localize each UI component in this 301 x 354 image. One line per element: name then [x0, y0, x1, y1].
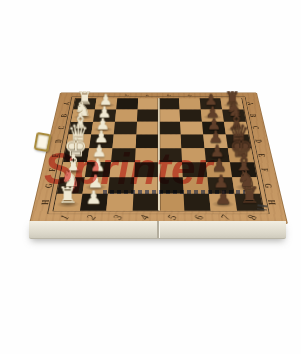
black-pawn: ♟	[211, 190, 237, 207]
square-f6	[182, 162, 207, 177]
white-pawn: ♟	[80, 190, 106, 207]
square-h1: ♜	[54, 194, 83, 211]
square-c6	[180, 122, 203, 135]
playing-field: ♜♟♟♜♞♟♟♞♝♟♟♝♛♟♟♛♚♟♟♚♝♟♟♝♞♟♟♞♜♟♟♜	[53, 98, 265, 211]
square-b6	[180, 110, 202, 122]
square-e3	[111, 148, 136, 162]
square-b3	[115, 110, 137, 122]
square-h4	[132, 194, 158, 211]
square-e6	[182, 148, 207, 162]
square-g3	[108, 177, 134, 193]
square-g5	[159, 177, 184, 193]
square-h3	[106, 194, 133, 211]
black-rook: ♜	[237, 186, 263, 206]
front-fold-seam	[157, 221, 159, 238]
square-b5	[159, 110, 181, 122]
square-c4	[136, 122, 158, 135]
square-e5	[159, 148, 183, 162]
square-h7: ♟	[209, 194, 237, 211]
square-d3	[112, 134, 136, 147]
square-h2: ♟	[80, 194, 108, 211]
square-h6	[184, 194, 211, 211]
box-front-edge	[29, 221, 286, 239]
chessboard: 12345678 ABCDEFGH ABCDEFGH 12345678 ♜♟♟♜…	[29, 93, 288, 224]
square-f3	[109, 162, 134, 177]
square-d6	[181, 134, 205, 147]
square-c3	[114, 122, 137, 135]
fold-seam	[158, 98, 160, 210]
square-b4	[137, 110, 159, 122]
square-e4	[135, 148, 159, 162]
brass-latch	[34, 132, 52, 152]
product-photo: 12345678 ABCDEFGH ABCDEFGH 12345678 ♜♟♟♜…	[0, 0, 301, 354]
square-g6	[183, 177, 209, 193]
square-f4	[134, 162, 159, 177]
maker-stamp	[257, 204, 270, 214]
square-f5	[159, 162, 184, 177]
square-a3	[116, 98, 138, 109]
square-d4	[135, 134, 158, 147]
white-rook: ♜	[54, 186, 80, 206]
square-c5	[159, 122, 181, 135]
square-h5	[159, 194, 185, 211]
square-a6	[179, 98, 201, 109]
square-a5	[159, 98, 180, 109]
square-d5	[159, 134, 182, 147]
square-a4	[137, 98, 158, 109]
square-g4	[133, 177, 158, 193]
